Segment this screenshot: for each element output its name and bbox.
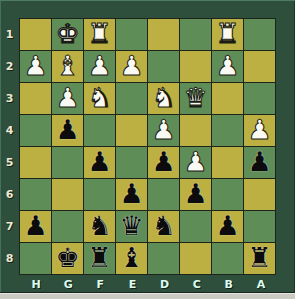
square-c2[interactable] xyxy=(180,51,211,82)
white-pawn[interactable]: ♟ xyxy=(23,51,47,81)
square-e1[interactable] xyxy=(116,19,147,50)
square-h2[interactable]: ♟ xyxy=(20,51,51,82)
rank-label-8: 8 xyxy=(0,242,19,274)
black-pawn[interactable]: ♟ xyxy=(119,179,143,209)
white-pawn[interactable]: ♟ xyxy=(87,51,111,81)
white-pawn[interactable]: ♟ xyxy=(183,147,207,177)
black-pawn[interactable]: ♟ xyxy=(55,115,79,145)
square-b4[interactable] xyxy=(212,115,243,146)
white-pawn[interactable]: ♟ xyxy=(215,51,239,81)
square-c3[interactable]: ♛ xyxy=(180,83,211,114)
square-f6[interactable] xyxy=(84,179,115,210)
square-h7[interactable]: ♟ xyxy=(20,211,51,242)
file-label-f: F xyxy=(84,276,116,293)
square-a5[interactable]: ♟ xyxy=(244,147,275,178)
square-e2[interactable]: ♟ xyxy=(116,51,147,82)
white-pawn[interactable]: ♟ xyxy=(119,51,143,81)
white-rook[interactable]: ♜ xyxy=(215,19,239,49)
square-a3[interactable] xyxy=(244,83,275,114)
square-d3[interactable]: ♞ xyxy=(148,83,179,114)
square-b8[interactable] xyxy=(212,243,243,274)
rank-label-1: 1 xyxy=(0,18,19,50)
square-e3[interactable] xyxy=(116,83,147,114)
square-d1[interactable] xyxy=(148,19,179,50)
square-f2[interactable]: ♟ xyxy=(84,51,115,82)
square-b1[interactable]: ♜ xyxy=(212,19,243,50)
square-b5[interactable] xyxy=(212,147,243,178)
chess-board-window: 12345678 ♚♜♜♟♝♟♟♟♟♞♞♛♟♟♟♟♟♟♟♟♟♟♞♛♞♟♚♜♝♜ … xyxy=(0,0,295,299)
window-edge-strip xyxy=(0,292,295,299)
square-e4[interactable] xyxy=(116,115,147,146)
square-b3[interactable] xyxy=(212,83,243,114)
white-knight[interactable]: ♞ xyxy=(151,83,175,113)
square-f8[interactable]: ♜ xyxy=(84,243,115,274)
rank-label-5: 5 xyxy=(0,146,19,178)
file-labels: HGFEDCBA xyxy=(20,276,277,293)
square-c4[interactable] xyxy=(180,115,211,146)
square-f7[interactable]: ♞ xyxy=(84,211,115,242)
square-d7[interactable]: ♞ xyxy=(148,211,179,242)
square-a2[interactable] xyxy=(244,51,275,82)
white-bishop[interactable]: ♝ xyxy=(55,51,79,81)
black-pawn[interactable]: ♟ xyxy=(247,147,271,177)
square-d4[interactable]: ♟ xyxy=(148,115,179,146)
square-c1[interactable] xyxy=(180,19,211,50)
square-h5[interactable] xyxy=(20,147,51,178)
black-rook[interactable]: ♜ xyxy=(87,243,111,273)
square-e6[interactable]: ♟ xyxy=(116,179,147,210)
square-b7[interactable]: ♟ xyxy=(212,211,243,242)
square-b2[interactable]: ♟ xyxy=(212,51,243,82)
square-d5[interactable]: ♟ xyxy=(148,147,179,178)
white-pawn[interactable]: ♟ xyxy=(247,115,271,145)
file-label-d: D xyxy=(149,276,181,293)
square-d8[interactable] xyxy=(148,243,179,274)
rank-label-2: 2 xyxy=(0,50,19,82)
square-a8[interactable]: ♜ xyxy=(244,243,275,274)
file-label-h: H xyxy=(20,276,52,293)
square-f3[interactable]: ♞ xyxy=(84,83,115,114)
square-h3[interactable] xyxy=(20,83,51,114)
square-c7[interactable] xyxy=(180,211,211,242)
black-pawn[interactable]: ♟ xyxy=(151,147,175,177)
square-g8[interactable]: ♚ xyxy=(52,243,83,274)
black-bishop[interactable]: ♝ xyxy=(119,243,143,273)
file-label-g: G xyxy=(52,276,84,293)
file-label-b: B xyxy=(213,276,245,293)
square-g6[interactable] xyxy=(52,179,83,210)
square-f5[interactable]: ♟ xyxy=(84,147,115,178)
square-c5[interactable]: ♟ xyxy=(180,147,211,178)
black-knight[interactable]: ♞ xyxy=(87,211,111,241)
square-a4[interactable]: ♟ xyxy=(244,115,275,146)
white-knight[interactable]: ♞ xyxy=(87,83,111,113)
black-knight[interactable]: ♞ xyxy=(151,211,175,241)
square-h4[interactable] xyxy=(20,115,51,146)
rank-labels: 12345678 xyxy=(0,18,19,274)
square-g1[interactable]: ♚ xyxy=(52,19,83,50)
square-g3[interactable]: ♟ xyxy=(52,83,83,114)
square-b6[interactable] xyxy=(212,179,243,210)
square-g2[interactable]: ♝ xyxy=(52,51,83,82)
white-pawn[interactable]: ♟ xyxy=(55,83,79,113)
white-queen[interactable]: ♛ xyxy=(183,83,207,113)
white-pawn[interactable]: ♟ xyxy=(151,115,175,145)
white-king[interactable]: ♚ xyxy=(55,19,79,49)
square-h6[interactable] xyxy=(20,179,51,210)
black-pawn[interactable]: ♟ xyxy=(23,211,47,241)
black-king[interactable]: ♚ xyxy=(55,243,79,273)
rank-label-7: 7 xyxy=(0,210,19,242)
square-h8[interactable] xyxy=(20,243,51,274)
black-pawn[interactable]: ♟ xyxy=(183,179,207,209)
black-pawn[interactable]: ♟ xyxy=(87,147,111,177)
square-h1[interactable] xyxy=(20,19,51,50)
square-c6[interactable]: ♟ xyxy=(180,179,211,210)
square-g7[interactable] xyxy=(52,211,83,242)
square-g5[interactable] xyxy=(52,147,83,178)
square-e8[interactable]: ♝ xyxy=(116,243,147,274)
black-queen[interactable]: ♛ xyxy=(119,211,143,241)
square-c8[interactable] xyxy=(180,243,211,274)
square-g4[interactable]: ♟ xyxy=(52,115,83,146)
square-d6[interactable] xyxy=(148,179,179,210)
square-e5[interactable] xyxy=(116,147,147,178)
rank-label-3: 3 xyxy=(0,82,19,114)
square-e7[interactable]: ♛ xyxy=(116,211,147,242)
square-a1[interactable] xyxy=(244,19,275,50)
rank-label-4: 4 xyxy=(0,114,19,146)
file-label-a: A xyxy=(245,276,277,293)
square-f4[interactable] xyxy=(84,115,115,146)
file-label-c: C xyxy=(181,276,213,293)
file-label-e: E xyxy=(116,276,148,293)
chess-board[interactable]: ♚♜♜♟♝♟♟♟♟♞♞♛♟♟♟♟♟♟♟♟♟♟♞♛♞♟♚♜♝♜ xyxy=(19,18,276,275)
square-d2[interactable] xyxy=(148,51,179,82)
white-rook[interactable]: ♜ xyxy=(87,19,111,49)
square-a6[interactable] xyxy=(244,179,275,210)
black-pawn[interactable]: ♟ xyxy=(215,211,239,241)
rank-label-6: 6 xyxy=(0,178,19,210)
square-f1[interactable]: ♜ xyxy=(84,19,115,50)
black-rook[interactable]: ♜ xyxy=(247,243,271,273)
square-a7[interactable] xyxy=(244,211,275,242)
